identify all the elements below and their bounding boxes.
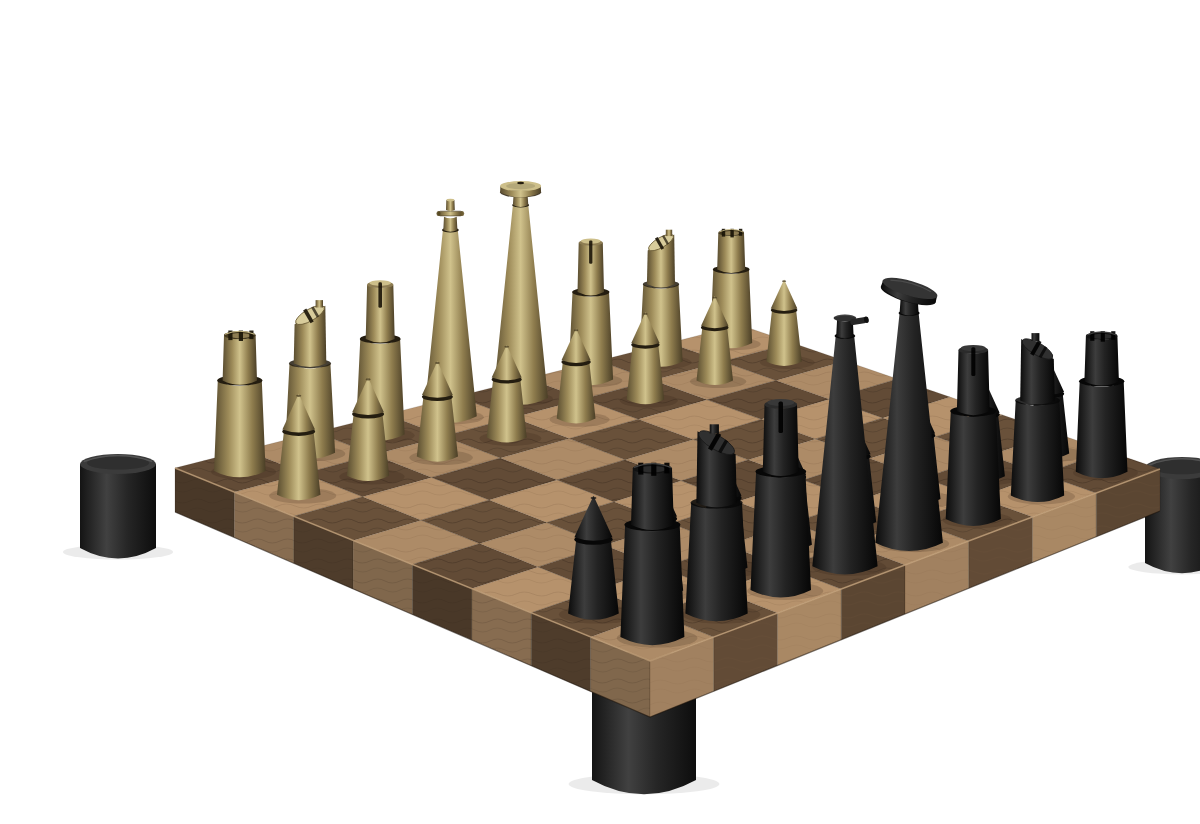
chess-board-3d-scene: [40, 16, 1200, 824]
chess-set-photo-svg: [40, 16, 1200, 824]
chess-set-photo: [40, 16, 1200, 824]
